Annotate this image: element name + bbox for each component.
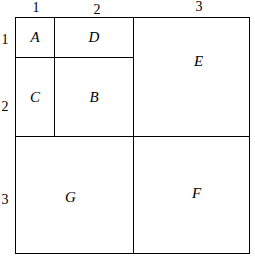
region-label-B: B: [89, 90, 98, 105]
region-cell-D: D: [55, 18, 134, 58]
region-cell-A: A: [16, 18, 55, 58]
left-axis-label-1: 1: [2, 33, 9, 47]
left-axis-label-3: 3: [2, 193, 9, 207]
region-cell-E: E: [134, 18, 249, 137]
region-cell-C: C: [16, 58, 55, 137]
region-label-C: C: [30, 90, 40, 105]
region-cell-B: B: [55, 58, 134, 137]
region-label-G: G: [65, 190, 76, 205]
region-label-E: E: [194, 54, 203, 69]
region-label-A: A: [30, 30, 39, 45]
top-axis-label-2: 2: [94, 3, 101, 17]
region-label-F: F: [192, 186, 201, 201]
region-cell-F: F: [134, 137, 249, 253]
region-cell-G: G: [16, 137, 134, 253]
left-axis-label-2: 2: [2, 100, 9, 114]
top-axis-label-3: 3: [196, 0, 203, 14]
region-label-D: D: [89, 30, 100, 45]
board-grid: A D E C B G F: [15, 17, 250, 254]
top-axis-label-1: 1: [33, 1, 40, 15]
partition-diagram: 1 2 3 1 2 3 A D E C B G F: [0, 0, 255, 258]
